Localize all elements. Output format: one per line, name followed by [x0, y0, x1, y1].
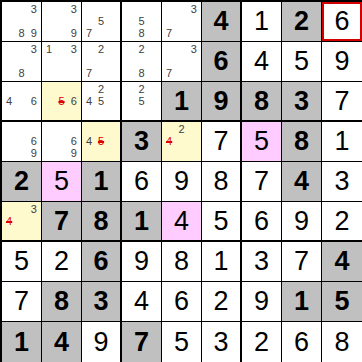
cell-r1c6[interactable]: 4	[202, 2, 242, 42]
candidate-5: 5	[135, 95, 147, 107]
cell-r6c8[interactable]: 9	[282, 202, 322, 242]
candidate-4: 4	[3, 95, 15, 107]
solved-digit: 5	[213, 208, 228, 235]
cell-r9c9[interactable]: 8	[322, 322, 362, 362]
solved-digit: 2	[254, 329, 269, 356]
cell-r8c8[interactable]: 1	[282, 282, 322, 322]
candidate-8: 8	[135, 68, 147, 80]
cell-r2c2[interactable]: 13	[42, 42, 82, 82]
cell-r9c5[interactable]: 5	[162, 322, 202, 362]
cell-r7c5[interactable]: 8	[162, 242, 202, 282]
solved-digit: 5	[14, 248, 29, 275]
given-digit: 6	[213, 48, 228, 75]
cell-r6c3[interactable]: 8	[82, 202, 122, 242]
pencil-marks: 38	[2, 42, 41, 81]
solved-digit: 7	[334, 88, 349, 115]
solved-digit: 6	[294, 329, 309, 356]
cell-r7c2[interactable]: 2	[42, 242, 82, 282]
solved-digit: 9	[294, 208, 309, 235]
given-digit: 8	[254, 88, 269, 115]
pencil-marks: 24	[162, 122, 201, 161]
cell-r1c8[interactable]: 2	[282, 2, 322, 42]
pencil-marks: 28	[122, 42, 161, 81]
candidate-3: 3	[188, 3, 200, 15]
cell-r4c3[interactable]: 45	[82, 122, 122, 162]
given-digit: 7	[54, 208, 69, 235]
given-digit: 7	[134, 329, 149, 356]
cell-r1c3[interactable]: 57	[82, 2, 122, 42]
cell-r2c5[interactable]: 37	[162, 42, 202, 82]
sudoku-board: 3893957583741263813272837645946562452519…	[0, 0, 362, 362]
cell-r4c6[interactable]: 7	[202, 122, 242, 162]
cell-r6c9[interactable]: 2	[322, 202, 362, 242]
solved-digit: 6	[334, 8, 349, 35]
pencil-marks: 58	[122, 2, 161, 41]
given-digit: 1	[294, 288, 309, 315]
cell-r4c7[interactable]: 5	[242, 122, 282, 162]
pencil-marks: 69	[2, 122, 41, 161]
cell-r4c8[interactable]: 8	[282, 122, 322, 162]
candidate-7: 7	[83, 28, 95, 40]
given-digit: 1	[174, 88, 189, 115]
solved-digit: 9	[174, 168, 189, 195]
cell-r1c9[interactable]: 6	[322, 2, 362, 42]
pencil-marks: 69	[42, 122, 81, 161]
candidate-8: 8	[135, 28, 147, 40]
solved-digit: 7	[294, 248, 309, 275]
candidate-3: 3	[188, 43, 200, 55]
cell-r3c6[interactable]: 9	[202, 82, 242, 122]
struck-candidate-5: 5	[55, 95, 67, 107]
cell-r8c3[interactable]: 3	[82, 282, 122, 322]
candidate-5: 5	[135, 15, 147, 27]
cell-r6c5[interactable]: 4	[162, 202, 202, 242]
candidate-7: 7	[163, 28, 175, 40]
candidate-3: 3	[28, 3, 40, 15]
cell-r7c3[interactable]: 6	[82, 242, 122, 282]
solved-digit: 2	[334, 208, 349, 235]
struck-candidate-4: 4	[3, 215, 15, 227]
given-digit: 3	[134, 128, 149, 155]
candidate-9: 9	[68, 28, 80, 40]
cell-r2c3[interactable]: 27	[82, 42, 122, 82]
pencil-marks: 34	[2, 202, 41, 240]
cell-r5c5[interactable]: 9	[162, 162, 202, 202]
cell-r2c1[interactable]: 38	[2, 42, 42, 82]
given-digit: 2	[294, 8, 309, 35]
pencil-marks: 39	[42, 2, 81, 41]
cell-r7c6[interactable]: 1	[202, 242, 242, 282]
cell-r3c4[interactable]: 25	[122, 82, 162, 122]
pencil-marks: 45	[82, 122, 120, 161]
solved-digit: 1	[213, 248, 228, 275]
candidate-6: 6	[68, 95, 80, 107]
solved-digit: 8	[213, 168, 228, 195]
candidate-9: 9	[68, 148, 80, 160]
pencil-marks: 57	[82, 2, 120, 41]
cell-r5c2[interactable]: 5	[42, 162, 82, 202]
solved-digit: 7	[213, 128, 228, 155]
candidate-2: 2	[175, 123, 187, 135]
cell-r5c4[interactable]: 6	[122, 162, 162, 202]
cell-r9c4[interactable]: 7	[122, 322, 162, 362]
cell-r5c9[interactable]: 3	[322, 162, 362, 202]
given-digit: 3	[93, 288, 108, 315]
candidate-3: 3	[28, 43, 40, 55]
candidate-7: 7	[163, 68, 175, 80]
given-digit: 1	[134, 208, 149, 235]
cell-r8c4[interactable]: 4	[122, 282, 162, 322]
solved-digit: 9	[254, 288, 269, 315]
solved-digit: 5	[294, 48, 309, 75]
cell-r1c7[interactable]: 1	[242, 2, 282, 42]
cell-r8c7[interactable]: 9	[242, 282, 282, 322]
cell-r7c7[interactable]: 3	[242, 242, 282, 282]
cell-r5c8[interactable]: 4	[282, 162, 322, 202]
cell-r4c2[interactable]: 69	[42, 122, 82, 162]
candidate-1: 1	[43, 43, 55, 55]
cell-r6c4[interactable]: 1	[122, 202, 162, 242]
cell-r3c3[interactable]: 245	[82, 82, 122, 122]
cell-r1c4[interactable]: 58	[122, 2, 162, 42]
solved-digit: 5	[254, 128, 269, 155]
cell-r3c8[interactable]: 3	[282, 82, 322, 122]
solved-digit: 6	[134, 168, 149, 195]
solved-digit: 9	[134, 248, 149, 275]
candidate-8: 8	[15, 68, 27, 80]
solved-digit: 7	[14, 288, 29, 315]
solved-digit: 2	[54, 248, 69, 275]
cell-r5c1[interactable]: 2	[2, 162, 42, 202]
cell-r1c2[interactable]: 39	[42, 2, 82, 42]
cell-r7c4[interactable]: 9	[122, 242, 162, 282]
cell-r5c6[interactable]: 8	[202, 162, 242, 202]
given-digit: 8	[54, 288, 69, 315]
given-digit: 1	[93, 168, 108, 195]
solved-digit: 2	[213, 288, 228, 315]
pencil-marks: 27	[82, 42, 120, 81]
cell-r7c8[interactable]: 7	[282, 242, 322, 282]
given-digit: 9	[213, 88, 228, 115]
candidate-5: 5	[95, 15, 107, 27]
candidate-2: 2	[135, 83, 147, 95]
solved-digit: 5	[54, 168, 69, 195]
cell-r5c7[interactable]: 7	[242, 162, 282, 202]
cell-r3c9[interactable]: 7	[322, 82, 362, 122]
given-digit: 4	[294, 168, 309, 195]
given-digit: 4	[213, 8, 228, 35]
solved-digit: 9	[93, 329, 108, 356]
cell-r9c2[interactable]: 4	[42, 322, 82, 362]
cell-r2c6[interactable]: 6	[202, 42, 242, 82]
candidate-9: 9	[28, 28, 40, 40]
pencil-marks: 25	[122, 82, 161, 120]
cell-r4c1[interactable]: 69	[2, 122, 42, 162]
cell-r9c8[interactable]: 6	[282, 322, 322, 362]
solved-digit: 5	[174, 329, 189, 356]
solved-digit: 4	[174, 208, 189, 235]
cell-r8c1[interactable]: 7	[2, 282, 42, 322]
cell-r7c9[interactable]: 4	[322, 242, 362, 282]
given-digit: 8	[294, 128, 309, 155]
given-digit: 8	[93, 208, 108, 235]
cell-r6c6[interactable]: 5	[202, 202, 242, 242]
candidate-3: 3	[68, 3, 80, 15]
cell-r3c5[interactable]: 1	[162, 82, 202, 122]
solved-digit: 6	[254, 208, 269, 235]
solved-digit: 8	[334, 329, 349, 356]
solved-digit: 4	[134, 288, 149, 315]
candidate-3: 3	[68, 43, 80, 55]
solved-digit: 7	[254, 168, 269, 195]
cell-r8c5[interactable]: 6	[162, 282, 202, 322]
solved-digit: 4	[254, 48, 269, 75]
solved-digit: 1	[334, 128, 349, 155]
given-digit: 4	[54, 329, 69, 356]
given-digit: 6	[93, 248, 108, 275]
given-digit: 4	[334, 248, 349, 275]
cell-r8c2[interactable]: 8	[42, 282, 82, 322]
solved-digit: 3	[334, 168, 349, 195]
cell-r4c4[interactable]: 3	[122, 122, 162, 162]
cell-r1c5[interactable]: 37	[162, 2, 202, 42]
candidate-9: 9	[28, 148, 40, 160]
cell-r8c6[interactable]: 2	[202, 282, 242, 322]
candidate-6: 6	[28, 135, 40, 147]
cell-r3c2[interactable]: 56	[42, 82, 82, 122]
cell-r8c9[interactable]: 5	[322, 282, 362, 322]
solved-digit: 8	[174, 248, 189, 275]
solved-digit: 9	[334, 48, 349, 75]
cell-r5c3[interactable]: 1	[82, 162, 122, 202]
pencil-marks: 37	[162, 42, 201, 81]
cell-r3c1[interactable]: 46	[2, 82, 42, 122]
cell-r9c6[interactable]: 3	[202, 322, 242, 362]
candidate-2: 2	[95, 43, 107, 55]
solved-digit: 6	[174, 288, 189, 315]
struck-candidate-5: 5	[95, 135, 107, 147]
given-digit: 5	[334, 288, 349, 315]
candidate-6: 6	[68, 135, 80, 147]
cell-r6c2[interactable]: 7	[42, 202, 82, 242]
candidate-5: 5	[95, 95, 107, 107]
cell-r9c1[interactable]: 1	[2, 322, 42, 362]
solved-digit: 3	[213, 329, 228, 356]
pencil-marks: 56	[42, 82, 81, 120]
cell-r1c1[interactable]: 389	[2, 2, 42, 42]
pencil-marks: 389	[2, 2, 41, 41]
candidate-3: 3	[28, 203, 40, 215]
candidate-4: 4	[83, 135, 95, 147]
cell-r9c7[interactable]: 2	[242, 322, 282, 362]
candidate-4: 4	[83, 95, 95, 107]
pencil-marks: 46	[2, 82, 41, 120]
pencil-marks: 13	[42, 42, 81, 81]
solved-digit: 3	[254, 248, 269, 275]
candidate-2: 2	[135, 43, 147, 55]
pencil-marks: 245	[82, 82, 120, 120]
cell-r3c7[interactable]: 8	[242, 82, 282, 122]
candidate-2: 2	[95, 83, 107, 95]
cell-r6c1[interactable]: 34	[2, 202, 42, 242]
cell-r9c3[interactable]: 9	[82, 322, 122, 362]
cell-r7c1[interactable]: 5	[2, 242, 42, 282]
cell-r2c8[interactable]: 5	[282, 42, 322, 82]
cell-r6c7[interactable]: 6	[242, 202, 282, 242]
given-digit: 3	[294, 88, 309, 115]
given-digit: 2	[14, 168, 29, 195]
given-digit: 1	[14, 329, 29, 356]
cell-r2c4[interactable]: 28	[122, 42, 162, 82]
cell-r4c5[interactable]: 24	[162, 122, 202, 162]
cell-r4c9[interactable]: 1	[322, 122, 362, 162]
struck-candidate-4: 4	[163, 135, 175, 147]
cell-r2c9[interactable]: 9	[322, 42, 362, 82]
candidate-7: 7	[83, 68, 95, 80]
cell-r2c7[interactable]: 4	[242, 42, 282, 82]
pencil-marks: 37	[162, 2, 201, 41]
candidate-6: 6	[28, 95, 40, 107]
solved-digit: 1	[254, 8, 269, 35]
candidate-8: 8	[15, 28, 27, 40]
